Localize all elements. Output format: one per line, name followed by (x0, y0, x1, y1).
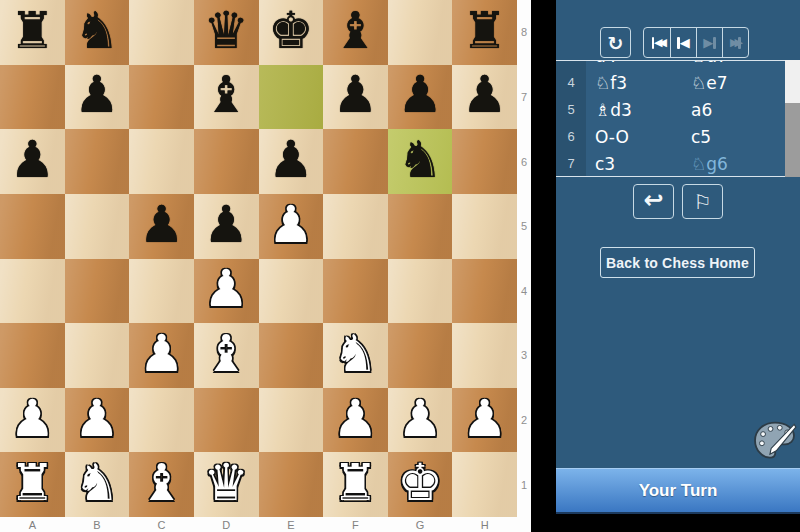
square-c6[interactable] (129, 129, 194, 194)
rank-label-6: 6 (517, 129, 531, 194)
piece-black-pawn[interactable]: ♟ (462, 69, 508, 120)
back-to-chess-home-button[interactable]: Back to Chess Home (600, 247, 755, 278)
square-d6[interactable] (194, 129, 259, 194)
square-a3[interactable] (0, 323, 65, 388)
rank-labels: 87654321 (517, 0, 531, 517)
square-a4[interactable] (0, 259, 65, 324)
piece-black-bishop[interactable]: ♝ (203, 69, 249, 120)
square-h8[interactable]: ♜ (452, 0, 517, 65)
refresh-icon[interactable]: ↻ (600, 27, 631, 58)
square-g7[interactable]: ♟ (388, 65, 453, 130)
square-d1[interactable]: ♛ (194, 452, 259, 517)
square-b8[interactable]: ♞ (65, 0, 130, 65)
move-list-scrollbar[interactable] (785, 60, 800, 177)
square-c2[interactable] (129, 388, 194, 453)
square-g4[interactable] (388, 259, 453, 324)
piece-black-knight[interactable]: ♞ (397, 134, 443, 185)
piece-white-knight[interactable]: ♞ (74, 457, 120, 508)
move-row: 3d4♗d7 (556, 60, 785, 69)
square-h6[interactable] (452, 129, 517, 194)
square-c8[interactable] (129, 0, 194, 65)
square-c4[interactable] (129, 259, 194, 324)
square-g5[interactable] (388, 194, 453, 259)
square-f5[interactable] (323, 194, 388, 259)
move-number: 5 (556, 96, 586, 123)
square-d4[interactable]: ♟ (194, 259, 259, 324)
square-g8[interactable] (388, 0, 453, 65)
square-h1[interactable] (452, 452, 517, 517)
piece-black-knight[interactable]: ♞ (74, 5, 120, 56)
piece-white-pawn[interactable]: ♟ (139, 328, 185, 379)
move-list: 3d4♗d74♘f3♘e75♗d3a66O-Oc57c3♘g6 (556, 60, 785, 177)
piece-black-pawn[interactable]: ♟ (268, 134, 314, 185)
square-a2[interactable]: ♟ (0, 388, 65, 453)
piece-black-pawn[interactable]: ♟ (9, 134, 55, 185)
move-row: 5♗d3a6 (556, 96, 785, 123)
file-label-a: A (0, 517, 65, 532)
square-c5[interactable]: ♟ (129, 194, 194, 259)
square-b1[interactable]: ♞ (65, 452, 130, 517)
flag-icon: ⚐ (694, 190, 712, 214)
square-e2[interactable] (259, 388, 324, 453)
square-a7[interactable] (0, 65, 65, 130)
rank-label-8: 8 (517, 0, 531, 65)
nav-previous-button[interactable]: ◀ (670, 28, 696, 57)
square-g2[interactable]: ♟ (388, 388, 453, 453)
square-e7[interactable] (259, 65, 324, 130)
rank-label-4: 4 (517, 259, 531, 324)
square-h5[interactable] (452, 194, 517, 259)
white-move[interactable]: ♗d3 (586, 100, 691, 120)
scrollbar-thumb[interactable] (785, 103, 800, 177)
square-f6[interactable] (323, 129, 388, 194)
piece-black-rook[interactable]: ♜ (462, 5, 508, 56)
file-label-d: D (194, 517, 259, 532)
square-d3[interactable]: ♝ (194, 323, 259, 388)
piece-black-rook[interactable]: ♜ (9, 5, 55, 56)
piece-white-pawn[interactable]: ♟ (333, 393, 379, 444)
move-number: 3 (556, 60, 586, 69)
skip-bar-icon (738, 37, 741, 49)
square-a8[interactable]: ♜ (0, 0, 65, 65)
piece-white-rook[interactable]: ♜ (9, 457, 55, 508)
square-b6[interactable] (65, 129, 130, 194)
square-f7[interactable]: ♟ (323, 65, 388, 130)
piece-white-pawn[interactable]: ♟ (74, 393, 120, 444)
rewind-icon: ◀◀ (654, 37, 662, 48)
piece-black-bishop[interactable]: ♝ (333, 5, 379, 56)
square-c3[interactable]: ♟ (129, 323, 194, 388)
previous-icon: ◀ (680, 36, 690, 49)
square-b5[interactable] (65, 194, 130, 259)
your-turn-bar: Your Turn (556, 468, 800, 514)
piece-white-queen[interactable]: ♛ (203, 457, 249, 508)
file-label-c: C (129, 517, 194, 532)
square-h2[interactable]: ♟ (452, 388, 517, 453)
move-row: 4♘f3♘e7 (556, 69, 785, 96)
fast-forward-icon: ▶▶ (730, 37, 738, 48)
game-side-panel: ↻ ◀◀ ◀ ▶ ▶▶ 3d4♗d74♘f3♘e75♗d3a66O-Oc57c3… (556, 0, 800, 514)
square-a5[interactable] (0, 194, 65, 259)
piece-white-pawn[interactable]: ♟ (268, 199, 314, 250)
file-label-e: E (259, 517, 324, 532)
move-number: 6 (556, 123, 586, 150)
white-move[interactable]: c3 (586, 154, 691, 174)
move-row: 7c3♘g6 (556, 150, 785, 177)
white-move[interactable]: ♘f3 (586, 73, 691, 93)
chess-board-area: ♜♞♛♚♝♜♟♝♟♟♟♟♟♞♟♟♟♟♟♝♞♟♟♟♟♟♜♞♝♛♜♚ 8765432… (0, 0, 531, 532)
move-number: 4 (556, 69, 586, 96)
rank-label-5: 5 (517, 194, 531, 259)
piece-white-knight[interactable]: ♞ (333, 328, 379, 379)
move-row: 6O-Oc5 (556, 123, 785, 150)
piece-white-king[interactable]: ♚ (397, 457, 443, 508)
square-g6[interactable]: ♞ (388, 129, 453, 194)
file-labels: ABCDEFGH (0, 517, 531, 532)
square-e4[interactable] (259, 259, 324, 324)
black-move[interactable]: c5 (691, 127, 785, 147)
square-e6[interactable]: ♟ (259, 129, 324, 194)
piece-white-bishop[interactable]: ♝ (203, 328, 249, 379)
square-b7[interactable]: ♟ (65, 65, 130, 130)
chess-board[interactable]: ♜♞♛♚♝♜♟♝♟♟♟♟♟♞♟♟♟♟♟♝♞♟♟♟♟♟♜♞♝♛♜♚ (0, 0, 517, 517)
rank-label-2: 2 (517, 388, 531, 453)
piece-white-pawn[interactable]: ♟ (462, 393, 508, 444)
square-d7[interactable]: ♝ (194, 65, 259, 130)
undo-button[interactable]: ↩ (633, 184, 674, 219)
square-h4[interactable] (452, 259, 517, 324)
black-move[interactable]: ♗d7 (691, 60, 785, 66)
file-label-h: H (452, 517, 517, 532)
piece-black-pawn[interactable]: ♟ (397, 69, 443, 120)
square-h3[interactable] (452, 323, 517, 388)
resign-flag-button[interactable]: ⚐ (682, 184, 723, 219)
square-d8[interactable]: ♛ (194, 0, 259, 65)
piece-white-rook[interactable]: ♜ (333, 457, 379, 508)
square-b4[interactable] (65, 259, 130, 324)
piece-white-pawn[interactable]: ♟ (397, 393, 443, 444)
square-a1[interactable]: ♜ (0, 452, 65, 517)
piece-white-pawn[interactable]: ♟ (203, 263, 249, 314)
move-navigation: ◀◀ ◀ ▶ ▶▶ (643, 27, 749, 58)
square-d2[interactable] (194, 388, 259, 453)
turn-status-label: Your Turn (639, 481, 718, 501)
square-g3[interactable] (388, 323, 453, 388)
nav-first-button[interactable]: ◀◀ (644, 28, 670, 57)
square-f4[interactable] (323, 259, 388, 324)
square-f3[interactable]: ♞ (323, 323, 388, 388)
square-c7[interactable] (129, 65, 194, 130)
next-icon: ▶ (703, 36, 713, 49)
file-label-g: G (388, 517, 453, 532)
square-c1[interactable]: ♝ (129, 452, 194, 517)
rank-label-3: 3 (517, 323, 531, 388)
skip-bar-icon (713, 37, 716, 49)
square-g1[interactable]: ♚ (388, 452, 453, 517)
rank-label-1: 1 (517, 452, 531, 517)
black-move[interactable]: ♘e7 (691, 73, 785, 93)
piece-black-pawn[interactable]: ♟ (139, 199, 185, 250)
nav-last-button[interactable]: ▶▶ (722, 28, 748, 57)
square-f2[interactable]: ♟ (323, 388, 388, 453)
piece-white-pawn[interactable]: ♟ (9, 393, 55, 444)
palette-icon[interactable] (751, 418, 797, 464)
square-a6[interactable]: ♟ (0, 129, 65, 194)
piece-black-king[interactable]: ♚ (268, 5, 314, 56)
file-label-f: F (323, 517, 388, 532)
piece-white-bishop[interactable]: ♝ (139, 457, 185, 508)
piece-black-queen[interactable]: ♛ (203, 5, 249, 56)
file-label-b: B (65, 517, 130, 532)
nav-next-button[interactable]: ▶ (696, 28, 722, 57)
piece-black-pawn[interactable]: ♟ (333, 69, 379, 120)
square-h7[interactable]: ♟ (452, 65, 517, 130)
square-e3[interactable] (259, 323, 324, 388)
square-e1[interactable] (259, 452, 324, 517)
square-e5[interactable]: ♟ (259, 194, 324, 259)
white-move[interactable]: d4 (586, 60, 691, 66)
square-f8[interactable]: ♝ (323, 0, 388, 65)
square-d5[interactable]: ♟ (194, 194, 259, 259)
rank-label-7: 7 (517, 65, 531, 130)
square-b2[interactable]: ♟ (65, 388, 130, 453)
square-f1[interactable]: ♜ (323, 452, 388, 517)
black-move[interactable]: ♘g6 (691, 154, 785, 174)
white-move[interactable]: O-O (586, 127, 691, 147)
piece-black-pawn[interactable]: ♟ (74, 69, 120, 120)
square-e8[interactable]: ♚ (259, 0, 324, 65)
black-move[interactable]: a6 (691, 100, 785, 120)
piece-black-pawn[interactable]: ♟ (203, 199, 249, 250)
square-b3[interactable] (65, 323, 130, 388)
move-number: 7 (556, 150, 586, 177)
undo-icon: ↩ (643, 186, 663, 214)
